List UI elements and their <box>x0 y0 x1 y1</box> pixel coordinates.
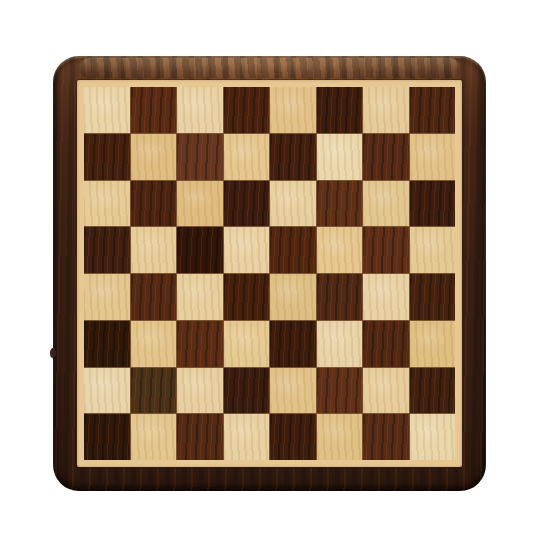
square-h1 <box>410 414 456 460</box>
square-h6 <box>410 181 456 227</box>
square-d4 <box>224 274 270 320</box>
square-c5 <box>177 227 223 273</box>
square-f6 <box>317 181 363 227</box>
maple-inlay-border <box>77 80 462 467</box>
square-g3 <box>363 321 409 367</box>
square-g1 <box>363 414 409 460</box>
square-g2 <box>363 368 409 414</box>
square-a8 <box>84 87 130 133</box>
square-c8 <box>177 87 223 133</box>
square-d1 <box>224 414 270 460</box>
square-d6 <box>224 181 270 227</box>
square-f5 <box>317 227 363 273</box>
square-b1 <box>131 414 177 460</box>
square-a2 <box>84 368 130 414</box>
square-g5 <box>363 227 409 273</box>
square-a1 <box>84 414 130 460</box>
square-e6 <box>270 181 316 227</box>
square-e3 <box>270 321 316 367</box>
square-c3 <box>177 321 223 367</box>
square-g6 <box>363 181 409 227</box>
square-e4 <box>270 274 316 320</box>
square-c6 <box>177 181 223 227</box>
square-h3 <box>410 321 456 367</box>
square-e1 <box>270 414 316 460</box>
square-a7 <box>84 134 130 180</box>
square-c7 <box>177 134 223 180</box>
square-b2 <box>131 368 177 414</box>
chessboard-frame <box>53 56 486 491</box>
square-e2 <box>270 368 316 414</box>
square-h2 <box>410 368 456 414</box>
square-b7 <box>131 134 177 180</box>
square-b5 <box>131 227 177 273</box>
square-c4 <box>177 274 223 320</box>
square-a4 <box>84 274 130 320</box>
square-a5 <box>84 227 130 273</box>
square-c2 <box>177 368 223 414</box>
square-d7 <box>224 134 270 180</box>
square-a6 <box>84 181 130 227</box>
square-d8 <box>224 87 270 133</box>
square-e7 <box>270 134 316 180</box>
square-h4 <box>410 274 456 320</box>
photo-background <box>0 0 540 540</box>
square-a3 <box>84 321 130 367</box>
square-d3 <box>224 321 270 367</box>
square-h8 <box>410 87 456 133</box>
square-f3 <box>317 321 363 367</box>
square-d2 <box>224 368 270 414</box>
square-g7 <box>363 134 409 180</box>
square-e5 <box>270 227 316 273</box>
square-b3 <box>131 321 177 367</box>
square-f1 <box>317 414 363 460</box>
square-b6 <box>131 181 177 227</box>
square-b4 <box>131 274 177 320</box>
square-g4 <box>363 274 409 320</box>
square-c1 <box>177 414 223 460</box>
clasp-notch-icon <box>50 348 56 358</box>
square-f2 <box>317 368 363 414</box>
square-g8 <box>363 87 409 133</box>
square-f8 <box>317 87 363 133</box>
square-h7 <box>410 134 456 180</box>
square-e8 <box>270 87 316 133</box>
square-d5 <box>224 227 270 273</box>
square-f7 <box>317 134 363 180</box>
square-f4 <box>317 274 363 320</box>
square-h5 <box>410 227 456 273</box>
square-b8 <box>131 87 177 133</box>
chessboard-grid <box>84 87 455 460</box>
